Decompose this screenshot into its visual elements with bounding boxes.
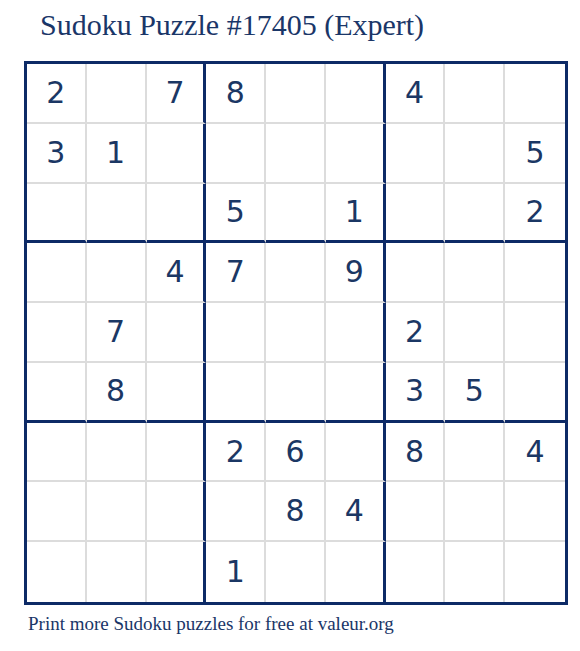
cell-r3c4[interactable]: 5: [206, 184, 266, 244]
cell-r4c3[interactable]: 4: [147, 243, 207, 303]
cell-r5c4[interactable]: [206, 303, 266, 363]
cell-r7c5[interactable]: 6: [266, 423, 326, 483]
sudoku-page: Sudoku Puzzle #17405 (Expert) 2784315512…: [0, 0, 580, 651]
cell-r3c9[interactable]: 2: [505, 184, 565, 244]
cell-r5c6[interactable]: [326, 303, 386, 363]
cell-r3c5[interactable]: [266, 184, 326, 244]
cell-r4c5[interactable]: [266, 243, 326, 303]
cell-r7c1[interactable]: [27, 423, 87, 483]
cell-r5c2[interactable]: 7: [87, 303, 147, 363]
cell-r1c6[interactable]: [326, 64, 386, 124]
cell-r6c1[interactable]: [27, 363, 87, 423]
cell-r2c4[interactable]: [206, 124, 266, 184]
cell-r4c2[interactable]: [87, 243, 147, 303]
cell-r6c3[interactable]: [147, 363, 207, 423]
cell-r4c1[interactable]: [27, 243, 87, 303]
cell-r8c5[interactable]: 8: [266, 482, 326, 542]
cell-r4c9[interactable]: [505, 243, 565, 303]
cell-r9c8[interactable]: [445, 542, 505, 602]
cell-r1c2[interactable]: [87, 64, 147, 124]
cell-r7c9[interactable]: 4: [505, 423, 565, 483]
cell-r2c7[interactable]: [386, 124, 446, 184]
cell-r9c2[interactable]: [87, 542, 147, 602]
cell-r2c9[interactable]: 5: [505, 124, 565, 184]
cell-r9c5[interactable]: [266, 542, 326, 602]
cell-r9c4[interactable]: 1: [206, 542, 266, 602]
cell-r5c9[interactable]: [505, 303, 565, 363]
cell-r7c2[interactable]: [87, 423, 147, 483]
cell-r1c7[interactable]: 4: [386, 64, 446, 124]
cell-r4c8[interactable]: [445, 243, 505, 303]
cell-r8c2[interactable]: [87, 482, 147, 542]
cell-r8c6[interactable]: 4: [326, 482, 386, 542]
cell-r9c7[interactable]: [386, 542, 446, 602]
cell-r8c8[interactable]: [445, 482, 505, 542]
cell-r8c7[interactable]: [386, 482, 446, 542]
cell-r5c5[interactable]: [266, 303, 326, 363]
cell-r9c9[interactable]: [505, 542, 565, 602]
cell-r2c1[interactable]: 3: [27, 124, 87, 184]
cell-r5c3[interactable]: [147, 303, 207, 363]
cell-r9c6[interactable]: [326, 542, 386, 602]
cell-r1c4[interactable]: 8: [206, 64, 266, 124]
cell-r3c3[interactable]: [147, 184, 207, 244]
cell-r3c7[interactable]: [386, 184, 446, 244]
sudoku-board: 2784315512479728352684841: [24, 61, 568, 605]
cell-r2c8[interactable]: [445, 124, 505, 184]
cell-r6c8[interactable]: 5: [445, 363, 505, 423]
cell-r4c4[interactable]: 7: [206, 243, 266, 303]
cell-r9c1[interactable]: [27, 542, 87, 602]
cell-r3c6[interactable]: 1: [326, 184, 386, 244]
cell-r6c7[interactable]: 3: [386, 363, 446, 423]
cell-r3c1[interactable]: [27, 184, 87, 244]
cell-r5c8[interactable]: [445, 303, 505, 363]
cell-r7c8[interactable]: [445, 423, 505, 483]
page-title: Sudoku Puzzle #17405 (Expert): [40, 8, 424, 42]
cell-r1c9[interactable]: [505, 64, 565, 124]
cell-r7c6[interactable]: [326, 423, 386, 483]
cell-r1c3[interactable]: 7: [147, 64, 207, 124]
cell-r4c6[interactable]: 9: [326, 243, 386, 303]
cell-r8c1[interactable]: [27, 482, 87, 542]
footer-text: Print more Sudoku puzzles for free at va…: [28, 613, 394, 635]
cell-r1c1[interactable]: 2: [27, 64, 87, 124]
cell-r5c7[interactable]: 2: [386, 303, 446, 363]
cell-r2c5[interactable]: [266, 124, 326, 184]
cell-r2c6[interactable]: [326, 124, 386, 184]
cell-r1c8[interactable]: [445, 64, 505, 124]
cell-r2c3[interactable]: [147, 124, 207, 184]
cell-r4c7[interactable]: [386, 243, 446, 303]
cell-r6c9[interactable]: [505, 363, 565, 423]
cell-r8c4[interactable]: [206, 482, 266, 542]
cell-r7c4[interactable]: 2: [206, 423, 266, 483]
cell-r6c6[interactable]: [326, 363, 386, 423]
cell-r9c3[interactable]: [147, 542, 207, 602]
cell-r1c5[interactable]: [266, 64, 326, 124]
cell-r5c1[interactable]: [27, 303, 87, 363]
cell-r6c4[interactable]: [206, 363, 266, 423]
cell-r3c2[interactable]: [87, 184, 147, 244]
cell-r6c2[interactable]: 8: [87, 363, 147, 423]
cell-r8c9[interactable]: [505, 482, 565, 542]
cell-r7c7[interactable]: 8: [386, 423, 446, 483]
cell-r3c8[interactable]: [445, 184, 505, 244]
cell-r2c2[interactable]: 1: [87, 124, 147, 184]
cell-r7c3[interactable]: [147, 423, 207, 483]
cell-r6c5[interactable]: [266, 363, 326, 423]
cell-r8c3[interactable]: [147, 482, 207, 542]
